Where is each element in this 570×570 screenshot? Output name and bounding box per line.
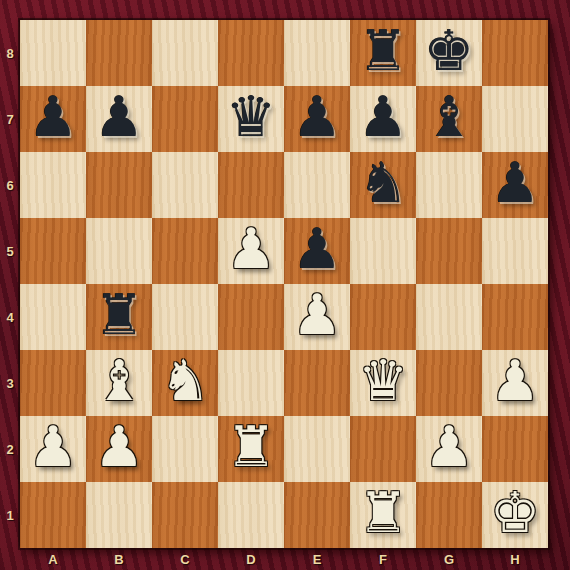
square-b8[interactable]: [86, 20, 152, 86]
square-h8[interactable]: [482, 20, 548, 86]
square-h4[interactable]: [482, 284, 548, 350]
square-d1[interactable]: [218, 482, 284, 548]
black-king-piece: ♚: [424, 23, 474, 79]
square-d5[interactable]: ♟: [218, 218, 284, 284]
square-d3[interactable]: [218, 350, 284, 416]
white-pawn-piece: ♟: [28, 419, 78, 475]
square-g8[interactable]: ♚: [416, 20, 482, 86]
square-f8[interactable]: ♜: [350, 20, 416, 86]
square-e3[interactable]: [284, 350, 350, 416]
square-h3[interactable]: ♟: [482, 350, 548, 416]
square-g5[interactable]: [416, 218, 482, 284]
square-c3[interactable]: ♞: [152, 350, 218, 416]
black-pawn-piece: ♟: [28, 89, 78, 145]
square-a2[interactable]: ♟: [20, 416, 86, 482]
rank-label-1: 1: [0, 482, 20, 548]
rank-label-7: 7: [0, 86, 20, 152]
square-f7[interactable]: ♟: [350, 86, 416, 152]
square-c2[interactable]: [152, 416, 218, 482]
square-b5[interactable]: [86, 218, 152, 284]
square-e1[interactable]: [284, 482, 350, 548]
square-b3[interactable]: ♝: [86, 350, 152, 416]
square-f3[interactable]: ♛: [350, 350, 416, 416]
square-f1[interactable]: ♜: [350, 482, 416, 548]
square-e2[interactable]: [284, 416, 350, 482]
square-a4[interactable]: [20, 284, 86, 350]
white-pawn-piece: ♟: [292, 287, 342, 343]
file-label-a: A: [20, 548, 86, 570]
file-label-d: D: [218, 548, 284, 570]
black-pawn-piece: ♟: [358, 89, 408, 145]
black-queen-piece: ♛: [226, 89, 276, 145]
square-c7[interactable]: [152, 86, 218, 152]
square-b4[interactable]: ♜: [86, 284, 152, 350]
rank-label-8: 8: [0, 20, 20, 86]
white-pawn-piece: ♟: [424, 419, 474, 475]
white-rook-piece: ♜: [226, 419, 276, 475]
square-b2[interactable]: ♟: [86, 416, 152, 482]
square-h6[interactable]: ♟: [482, 152, 548, 218]
rank-label-2: 2: [0, 416, 20, 482]
square-b6[interactable]: [86, 152, 152, 218]
square-a7[interactable]: ♟: [20, 86, 86, 152]
square-e4[interactable]: ♟: [284, 284, 350, 350]
square-c6[interactable]: [152, 152, 218, 218]
square-f6[interactable]: ♞: [350, 152, 416, 218]
square-c1[interactable]: [152, 482, 218, 548]
rank-label-3: 3: [0, 350, 20, 416]
black-rook-piece: ♜: [358, 23, 408, 79]
square-g4[interactable]: [416, 284, 482, 350]
square-d8[interactable]: [218, 20, 284, 86]
square-f2[interactable]: [350, 416, 416, 482]
square-e7[interactable]: ♟: [284, 86, 350, 152]
square-g1[interactable]: [416, 482, 482, 548]
chess-diagram: { "game": "chess", "position": { "fen": …: [0, 0, 570, 570]
black-pawn-piece: ♟: [94, 89, 144, 145]
black-rook-piece: ♜: [94, 287, 144, 343]
square-a3[interactable]: [20, 350, 86, 416]
board: ♜♚♟♟♛♟♟♝♞♟♟♟♜♟♝♞♛♟♟♟♜♟♜♚: [20, 20, 548, 548]
square-h2[interactable]: [482, 416, 548, 482]
black-pawn-piece: ♟: [292, 221, 342, 277]
square-g6[interactable]: [416, 152, 482, 218]
rank-labels: 87654321: [0, 20, 20, 548]
black-knight-piece: ♞: [358, 155, 408, 211]
square-e6[interactable]: [284, 152, 350, 218]
square-c8[interactable]: [152, 20, 218, 86]
square-d7[interactable]: ♛: [218, 86, 284, 152]
square-a1[interactable]: [20, 482, 86, 548]
file-label-f: F: [350, 548, 416, 570]
rank-label-6: 6: [0, 152, 20, 218]
square-d4[interactable]: [218, 284, 284, 350]
square-d2[interactable]: ♜: [218, 416, 284, 482]
file-label-g: G: [416, 548, 482, 570]
square-b1[interactable]: [86, 482, 152, 548]
square-h5[interactable]: [482, 218, 548, 284]
square-e5[interactable]: ♟: [284, 218, 350, 284]
square-f4[interactable]: [350, 284, 416, 350]
white-queen-piece: ♛: [358, 353, 408, 409]
square-g2[interactable]: ♟: [416, 416, 482, 482]
rank-label-4: 4: [0, 284, 20, 350]
white-pawn-piece: ♟: [226, 221, 276, 277]
white-knight-piece: ♞: [160, 353, 210, 409]
square-g3[interactable]: [416, 350, 482, 416]
square-h7[interactable]: [482, 86, 548, 152]
white-pawn-piece: ♟: [490, 353, 540, 409]
square-b7[interactable]: ♟: [86, 86, 152, 152]
file-label-c: C: [152, 548, 218, 570]
file-labels: ABCDEFGH: [20, 548, 548, 570]
square-a8[interactable]: [20, 20, 86, 86]
square-d6[interactable]: [218, 152, 284, 218]
square-c4[interactable]: [152, 284, 218, 350]
black-pawn-piece: ♟: [490, 155, 540, 211]
square-a5[interactable]: [20, 218, 86, 284]
square-e8[interactable]: [284, 20, 350, 86]
black-pawn-piece: ♟: [292, 89, 342, 145]
square-a6[interactable]: [20, 152, 86, 218]
rank-label-5: 5: [0, 218, 20, 284]
file-label-e: E: [284, 548, 350, 570]
file-label-h: H: [482, 548, 548, 570]
square-f5[interactable]: [350, 218, 416, 284]
black-bishop-piece: ♝: [424, 89, 474, 145]
file-label-b: B: [86, 548, 152, 570]
white-pawn-piece: ♟: [94, 419, 144, 475]
square-h1[interactable]: ♚: [482, 482, 548, 548]
square-c5[interactable]: [152, 218, 218, 284]
white-king-piece: ♚: [490, 485, 540, 541]
white-bishop-piece: ♝: [94, 353, 144, 409]
white-rook-piece: ♜: [358, 485, 408, 541]
square-g7[interactable]: ♝: [416, 86, 482, 152]
